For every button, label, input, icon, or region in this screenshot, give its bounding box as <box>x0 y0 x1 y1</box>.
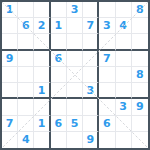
cell-r4c2[interactable] <box>18 51 34 67</box>
cell-r4c5[interactable] <box>67 51 83 67</box>
given-digit: 6 <box>54 118 62 129</box>
cell-r5c7[interactable] <box>99 67 115 83</box>
given-digit: 4 <box>119 20 127 31</box>
cell-r7c8[interactable]: 3 <box>116 99 132 115</box>
given-digit: 7 <box>86 20 94 31</box>
cell-r9c8[interactable] <box>116 132 132 148</box>
cell-r1c7[interactable] <box>99 2 115 18</box>
cell-r8c7[interactable]: 6 <box>99 116 115 132</box>
cell-r8c6[interactable] <box>83 116 99 132</box>
cell-r8c1[interactable]: 7 <box>2 116 18 132</box>
cell-r2c2[interactable]: 6 <box>18 18 34 34</box>
cell-r7c9[interactable]: 9 <box>132 99 148 115</box>
cell-r3c7[interactable] <box>99 34 115 50</box>
cell-r2c7[interactable]: 3 <box>99 18 115 34</box>
cell-r6c5[interactable] <box>67 83 83 99</box>
cell-r2c1[interactable] <box>2 18 18 34</box>
cell-r2c6[interactable]: 7 <box>83 18 99 34</box>
cell-r7c3[interactable] <box>34 99 50 115</box>
cell-r8c2[interactable] <box>18 116 34 132</box>
cell-r3c6[interactable] <box>83 34 99 50</box>
cell-r3c2[interactable] <box>18 34 34 50</box>
cell-r5c2[interactable] <box>18 67 34 83</box>
cell-r1c9[interactable]: 8 <box>132 2 148 18</box>
cell-r8c8[interactable] <box>116 116 132 132</box>
cell-r9c6[interactable]: 9 <box>83 132 99 148</box>
given-digit: 2 <box>38 20 46 31</box>
given-digit: 4 <box>22 134 30 145</box>
cell-r5c3[interactable] <box>34 67 50 83</box>
cell-r9c2[interactable]: 4 <box>18 132 34 148</box>
cell-r5c4[interactable] <box>51 67 67 83</box>
cell-r3c8[interactable] <box>116 34 132 50</box>
given-digit: 7 <box>6 118 14 129</box>
sudoku-board: 138621734967813397165649 <box>0 0 150 150</box>
cell-r6c3[interactable]: 1 <box>34 83 50 99</box>
cell-r8c5[interactable]: 5 <box>67 116 83 132</box>
cell-r5c6[interactable] <box>83 67 99 83</box>
cell-r2c5[interactable] <box>67 18 83 34</box>
cell-r9c5[interactable] <box>67 132 83 148</box>
cell-r1c4[interactable] <box>51 2 67 18</box>
cell-r3c3[interactable] <box>34 34 50 50</box>
cell-r6c2[interactable] <box>18 83 34 99</box>
cell-r1c1[interactable]: 1 <box>2 2 18 18</box>
given-digit: 1 <box>38 118 46 129</box>
given-digit: 5 <box>71 118 79 129</box>
given-digit: 9 <box>86 134 94 145</box>
cell-r4c8[interactable] <box>116 51 132 67</box>
cell-r6c6[interactable]: 3 <box>83 83 99 99</box>
given-digit: 3 <box>71 4 79 15</box>
cell-r5c1[interactable] <box>2 67 18 83</box>
cell-r6c8[interactable] <box>116 83 132 99</box>
given-digit: 6 <box>54 53 62 64</box>
cell-r6c1[interactable] <box>2 83 18 99</box>
cell-r7c5[interactable] <box>67 99 83 115</box>
cell-r9c7[interactable] <box>99 132 115 148</box>
cell-r7c2[interactable] <box>18 99 34 115</box>
given-digit: 9 <box>136 101 144 112</box>
cell-r1c6[interactable] <box>83 2 99 18</box>
cell-r5c8[interactable] <box>116 67 132 83</box>
cell-r6c4[interactable] <box>51 83 67 99</box>
given-digit: 1 <box>54 20 62 31</box>
cell-r9c9[interactable] <box>132 132 148 148</box>
cell-r8c3[interactable]: 1 <box>34 116 50 132</box>
sudoku-grid: 138621734967813397165649 <box>2 2 148 148</box>
given-digit: 6 <box>103 118 111 129</box>
cell-r6c7[interactable] <box>99 83 115 99</box>
cell-r9c1[interactable] <box>2 132 18 148</box>
given-digit: 8 <box>136 4 144 15</box>
cell-r6c9[interactable] <box>132 83 148 99</box>
cell-r4c6[interactable] <box>83 51 99 67</box>
given-digit: 1 <box>6 4 14 15</box>
given-digit: 3 <box>86 85 94 96</box>
given-digit: 3 <box>119 101 127 112</box>
cell-r4c1[interactable]: 9 <box>2 51 18 67</box>
cell-r5c5[interactable] <box>67 67 83 83</box>
given-digit: 7 <box>103 53 111 64</box>
cell-r1c8[interactable] <box>116 2 132 18</box>
cell-r7c7[interactable] <box>99 99 115 115</box>
cell-r3c4[interactable] <box>51 34 67 50</box>
cell-r2c4[interactable]: 1 <box>51 18 67 34</box>
cell-r2c8[interactable]: 4 <box>116 18 132 34</box>
cell-r4c7[interactable]: 7 <box>99 51 115 67</box>
cell-r3c1[interactable] <box>2 34 18 50</box>
cell-r4c4[interactable]: 6 <box>51 51 67 67</box>
cell-r4c9[interactable] <box>132 51 148 67</box>
cell-r4c3[interactable] <box>34 51 50 67</box>
given-digit: 8 <box>136 69 144 80</box>
cell-r3c9[interactable] <box>132 34 148 50</box>
cell-r7c6[interactable] <box>83 99 99 115</box>
cell-r7c1[interactable] <box>2 99 18 115</box>
given-digit: 6 <box>22 20 30 31</box>
cell-r8c9[interactable] <box>132 116 148 132</box>
cell-r5c9[interactable]: 8 <box>132 67 148 83</box>
cell-r3c5[interactable] <box>67 34 83 50</box>
cell-r9c3[interactable] <box>34 132 50 148</box>
cell-r7c4[interactable] <box>51 99 67 115</box>
cell-r1c3[interactable] <box>34 2 50 18</box>
cell-r8c4[interactable]: 6 <box>51 116 67 132</box>
cell-r2c9[interactable] <box>132 18 148 34</box>
given-digit: 9 <box>6 53 14 64</box>
given-digit: 1 <box>38 85 46 96</box>
cell-r1c2[interactable] <box>18 2 34 18</box>
cell-r9c4[interactable] <box>51 132 67 148</box>
cell-r2c3[interactable]: 2 <box>34 18 50 34</box>
cell-r1c5[interactable]: 3 <box>67 2 83 18</box>
given-digit: 3 <box>103 20 111 31</box>
